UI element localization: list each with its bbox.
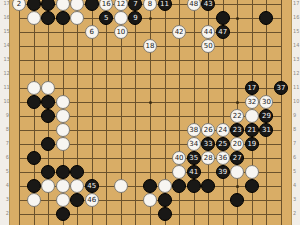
row-label-left: 7 (3, 142, 9, 147)
row-label-left: 17 (3, 2, 9, 7)
black-stone-move-41[interactable]: 41 (187, 165, 201, 179)
black-stone[interactable] (56, 207, 70, 221)
board-gridline-horizontal (19, 88, 282, 89)
white-stone-move-34[interactable]: 34 (187, 137, 201, 151)
row-label-left: 4 (3, 184, 9, 189)
row-label-left: 13 (3, 58, 9, 63)
board-gridline-vertical (106, 0, 107, 225)
black-stone[interactable] (158, 193, 172, 207)
black-stone[interactable] (27, 179, 41, 193)
white-stone[interactable] (27, 11, 41, 25)
row-label-left: 2 (3, 212, 9, 217)
black-stone-move-17[interactable]: 17 (245, 81, 259, 95)
white-stone[interactable] (158, 179, 172, 193)
white-stone-move-42[interactable]: 42 (172, 25, 186, 39)
white-stone[interactable] (41, 81, 55, 95)
row-label-left: 11 (3, 86, 9, 91)
black-stone[interactable] (143, 179, 157, 193)
white-stone[interactable] (56, 109, 70, 123)
row-label-left: 9 (3, 114, 9, 119)
row-label-right: 13 (293, 58, 298, 63)
black-stone[interactable] (41, 137, 55, 151)
board-gridline-horizontal (19, 74, 282, 75)
row-label-right: 6 (293, 156, 298, 161)
white-stone[interactable] (172, 165, 186, 179)
white-stone-move-32[interactable]: 32 (245, 95, 259, 109)
black-stone-move-19[interactable]: 19 (245, 137, 259, 151)
row-label-right: 15 (293, 30, 298, 35)
white-stone[interactable] (56, 193, 70, 207)
row-label-right: 16 (293, 16, 298, 21)
black-stone[interactable] (27, 0, 41, 11)
row-label-left: 6 (3, 156, 9, 161)
row-label-left: 10 (3, 100, 9, 105)
board-gridline-vertical (19, 0, 20, 225)
white-stone-move-36[interactable]: 36 (216, 151, 230, 165)
black-stone-move-25[interactable]: 25 (216, 137, 230, 151)
row-label-right: 14 (293, 44, 298, 49)
board-gridline-horizontal (19, 60, 282, 61)
black-stone-move-47[interactable]: 47 (216, 25, 230, 39)
row-label-left: 3 (3, 198, 9, 203)
white-stone[interactable] (56, 95, 70, 109)
black-stone[interactable] (158, 207, 172, 221)
black-stone[interactable] (41, 11, 55, 25)
black-stone[interactable] (245, 179, 259, 193)
row-label-right: 9 (293, 114, 298, 119)
black-stone-move-45[interactable]: 45 (85, 179, 99, 193)
white-stone-move-46[interactable]: 46 (85, 193, 99, 207)
go-diagram-screen: 1716151413121110987654321716151413121110… (0, 0, 300, 225)
row-label-left: 5 (3, 170, 9, 175)
row-label-right: 17 (293, 2, 298, 7)
row-label-right: 2 (293, 212, 298, 217)
white-stone[interactable] (27, 81, 41, 95)
row-label-left: 8 (3, 128, 9, 133)
white-stone-move-38[interactable]: 38 (187, 123, 201, 137)
white-stone-move-10[interactable]: 10 (114, 25, 128, 39)
black-stone[interactable] (216, 11, 230, 25)
star-point (149, 17, 152, 20)
black-stone-move-21[interactable]: 21 (245, 123, 259, 137)
white-stone[interactable] (114, 179, 128, 193)
white-stone[interactable] (245, 165, 259, 179)
row-label-right: 8 (293, 128, 298, 133)
row-label-left: 12 (3, 72, 9, 77)
black-stone[interactable] (41, 95, 55, 109)
white-stone-move-40[interactable]: 40 (172, 151, 186, 165)
star-point (149, 101, 152, 104)
black-stone[interactable] (27, 95, 41, 109)
black-stone-move-37[interactable]: 37 (274, 81, 288, 95)
row-label-right: 5 (293, 170, 298, 175)
white-stone[interactable] (56, 123, 70, 137)
row-label-right: 11 (293, 86, 298, 91)
black-stone-move-39[interactable]: 39 (216, 165, 230, 179)
white-stone[interactable] (27, 193, 41, 207)
white-stone[interactable] (56, 179, 70, 193)
board-gridline-horizontal (19, 32, 282, 33)
white-stone[interactable] (41, 179, 55, 193)
row-label-right: 3 (293, 198, 298, 203)
black-stone[interactable] (172, 179, 186, 193)
black-stone[interactable] (41, 109, 55, 123)
row-label-left: 16 (3, 16, 9, 21)
board-gridline-vertical (135, 0, 136, 225)
white-stone[interactable] (114, 11, 128, 25)
black-stone[interactable] (56, 11, 70, 25)
white-stone-move-24[interactable]: 24 (216, 123, 230, 137)
white-stone-move-18[interactable]: 18 (143, 39, 157, 53)
black-stone[interactable] (56, 165, 70, 179)
white-stone[interactable] (56, 137, 70, 151)
board-gridline-vertical (281, 0, 282, 225)
black-stone-move-11[interactable]: 11 (158, 0, 172, 11)
row-label-left: 15 (3, 30, 9, 35)
row-label-right: 7 (293, 142, 298, 147)
black-stone[interactable] (41, 165, 55, 179)
row-label-right: 4 (293, 184, 298, 189)
black-stone[interactable] (27, 151, 41, 165)
row-label-left: 14 (3, 44, 9, 49)
white-stone-move-6[interactable]: 6 (85, 25, 99, 39)
row-label-right: 10 (293, 100, 298, 105)
black-stone[interactable] (187, 179, 201, 193)
white-stone[interactable] (143, 193, 157, 207)
black-stone-move-35[interactable]: 35 (187, 151, 201, 165)
white-stone[interactable] (245, 109, 259, 123)
row-label-right: 12 (293, 72, 298, 77)
